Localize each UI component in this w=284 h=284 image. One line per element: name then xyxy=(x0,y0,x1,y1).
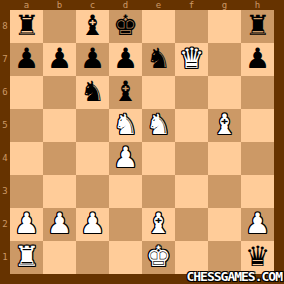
white-rook-a1: ♜ xyxy=(14,240,39,273)
square-a6[interactable] xyxy=(10,76,43,109)
square-c5[interactable] xyxy=(76,109,109,142)
square-b7[interactable]: ♟ xyxy=(43,43,76,76)
black-king-d8: ♚ xyxy=(113,9,138,42)
rank-label-1: 1 xyxy=(0,241,10,274)
square-a7[interactable]: ♟ xyxy=(10,43,43,76)
black-pawn-c7: ♟ xyxy=(80,42,105,75)
square-h8[interactable]: ♜ xyxy=(241,10,274,43)
square-g7[interactable] xyxy=(208,43,241,76)
file-label-e: e xyxy=(142,0,175,10)
white-pawn-h2: ♟ xyxy=(245,207,270,240)
square-h6[interactable] xyxy=(241,76,274,109)
chess-board: ♜♝♚♜♟♟♟♟♞♛♟♞♝♞♞♝♟♟♟♟♝♟♜♚♛ xyxy=(10,10,274,274)
square-e1[interactable]: ♚ xyxy=(142,241,175,274)
black-pawn-h7: ♟ xyxy=(245,42,270,75)
rank-label-4: 4 xyxy=(0,142,10,175)
square-c1[interactable] xyxy=(76,241,109,274)
square-b6[interactable] xyxy=(43,76,76,109)
white-queen-f7: ♛ xyxy=(179,42,204,75)
square-b5[interactable] xyxy=(43,109,76,142)
file-label-g: g xyxy=(208,0,241,10)
square-f2[interactable] xyxy=(175,208,208,241)
square-d7[interactable]: ♟ xyxy=(109,43,142,76)
square-d4[interactable]: ♟ xyxy=(109,142,142,175)
square-d1[interactable] xyxy=(109,241,142,274)
square-b3[interactable] xyxy=(43,175,76,208)
square-h7[interactable]: ♟ xyxy=(241,43,274,76)
square-d2[interactable] xyxy=(109,208,142,241)
square-g2[interactable] xyxy=(208,208,241,241)
square-e7[interactable]: ♞ xyxy=(142,43,175,76)
square-e6[interactable] xyxy=(142,76,175,109)
file-label-b: b xyxy=(43,0,76,10)
white-knight-d5: ♞ xyxy=(113,108,138,141)
square-g6[interactable] xyxy=(208,76,241,109)
black-knight-c6: ♞ xyxy=(80,75,105,108)
square-d8[interactable]: ♚ xyxy=(109,10,142,43)
white-bishop-e2: ♝ xyxy=(146,207,171,240)
square-b4[interactable] xyxy=(43,142,76,175)
white-king-e1: ♚ xyxy=(146,240,171,273)
square-g5[interactable]: ♝ xyxy=(208,109,241,142)
rank-label-5: 5 xyxy=(0,109,10,142)
black-pawn-b7: ♟ xyxy=(47,42,72,75)
rank-label-2: 2 xyxy=(0,208,10,241)
black-bishop-c8: ♝ xyxy=(80,9,105,42)
square-g3[interactable] xyxy=(208,175,241,208)
square-e8[interactable] xyxy=(142,10,175,43)
square-f5[interactable] xyxy=(175,109,208,142)
square-e5[interactable]: ♞ xyxy=(142,109,175,142)
rank-label-8: 8 xyxy=(0,10,10,43)
white-pawn-c2: ♟ xyxy=(80,207,105,240)
square-e2[interactable]: ♝ xyxy=(142,208,175,241)
square-f3[interactable] xyxy=(175,175,208,208)
black-knight-e7: ♞ xyxy=(146,42,171,75)
square-h2[interactable]: ♟ xyxy=(241,208,274,241)
square-c6[interactable]: ♞ xyxy=(76,76,109,109)
square-a2[interactable]: ♟ xyxy=(10,208,43,241)
square-b1[interactable] xyxy=(43,241,76,274)
square-d3[interactable] xyxy=(109,175,142,208)
white-knight-e5: ♞ xyxy=(146,108,171,141)
square-c8[interactable]: ♝ xyxy=(76,10,109,43)
rank-label-6: 6 xyxy=(0,76,10,109)
square-f4[interactable] xyxy=(175,142,208,175)
white-pawn-d4: ♟ xyxy=(113,141,138,174)
square-c2[interactable]: ♟ xyxy=(76,208,109,241)
square-c4[interactable] xyxy=(76,142,109,175)
square-g8[interactable] xyxy=(208,10,241,43)
black-rook-a8: ♜ xyxy=(14,9,39,42)
square-a1[interactable]: ♜ xyxy=(10,241,43,274)
square-e4[interactable] xyxy=(142,142,175,175)
black-pawn-a7: ♟ xyxy=(14,42,39,75)
black-bishop-d6: ♝ xyxy=(113,75,138,108)
rank-label-3: 3 xyxy=(0,175,10,208)
square-c7[interactable]: ♟ xyxy=(76,43,109,76)
rank-label-7: 7 xyxy=(0,43,10,76)
square-h5[interactable] xyxy=(241,109,274,142)
square-f7[interactable]: ♛ xyxy=(175,43,208,76)
square-d6[interactable]: ♝ xyxy=(109,76,142,109)
square-b2[interactable]: ♟ xyxy=(43,208,76,241)
watermark: CHESSGAMES.COM xyxy=(186,269,282,284)
square-f6[interactable] xyxy=(175,76,208,109)
square-b8[interactable] xyxy=(43,10,76,43)
square-a8[interactable]: ♜ xyxy=(10,10,43,43)
square-g4[interactable] xyxy=(208,142,241,175)
square-c3[interactable] xyxy=(76,175,109,208)
square-f8[interactable] xyxy=(175,10,208,43)
black-pawn-d7: ♟ xyxy=(113,42,138,75)
white-pawn-a2: ♟ xyxy=(14,207,39,240)
square-a5[interactable] xyxy=(10,109,43,142)
square-a3[interactable] xyxy=(10,175,43,208)
black-rook-h8: ♜ xyxy=(245,9,270,42)
white-bishop-g5: ♝ xyxy=(212,108,237,141)
chess-diagram: abcdefgh 87654321 ♜♝♚♜♟♟♟♟♞♛♟♞♝♞♞♝♟♟♟♟♝♟… xyxy=(0,0,284,284)
file-label-f: f xyxy=(175,0,208,10)
square-h3[interactable] xyxy=(241,175,274,208)
square-a4[interactable] xyxy=(10,142,43,175)
square-e3[interactable] xyxy=(142,175,175,208)
white-pawn-b2: ♟ xyxy=(47,207,72,240)
square-d5[interactable]: ♞ xyxy=(109,109,142,142)
square-h4[interactable] xyxy=(241,142,274,175)
